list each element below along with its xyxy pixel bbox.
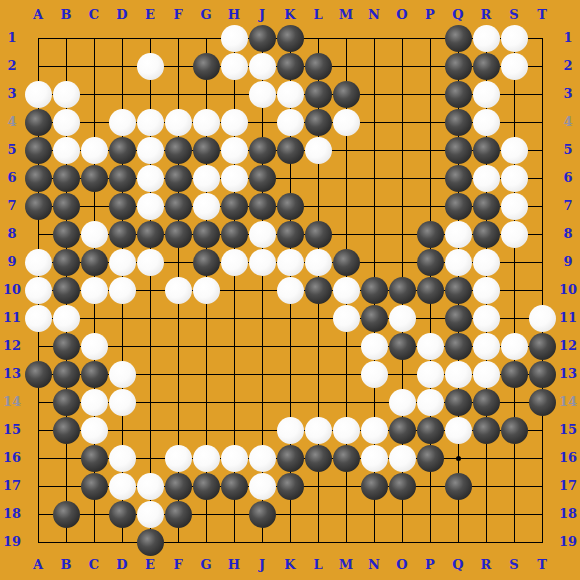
black-stone-J18 <box>249 501 276 528</box>
white-stone-D4 <box>109 109 136 136</box>
black-stone-R2 <box>473 53 500 80</box>
black-stone-Q4 <box>445 109 472 136</box>
white-stone-R9 <box>473 249 500 276</box>
white-stone-J17 <box>249 473 276 500</box>
column-label: G <box>192 557 220 573</box>
column-label: P <box>416 557 444 573</box>
column-label: C <box>80 7 108 23</box>
black-stone-K17 <box>277 473 304 500</box>
black-stone-P9 <box>417 249 444 276</box>
column-label: M <box>332 557 360 573</box>
row-label: 12 <box>556 338 580 354</box>
black-stone-K8 <box>277 221 304 248</box>
column-label: D <box>108 557 136 573</box>
row-label: 3 <box>556 86 580 102</box>
row-label: 11 <box>556 310 580 326</box>
row-label: 19 <box>0 534 24 550</box>
white-stone-K3 <box>277 81 304 108</box>
column-label: R <box>472 7 500 23</box>
black-stone-B18 <box>53 501 80 528</box>
white-stone-P12 <box>417 333 444 360</box>
white-stone-S2 <box>501 53 528 80</box>
column-label: N <box>360 7 388 23</box>
column-label: T <box>528 557 556 573</box>
row-label: 16 <box>0 450 24 466</box>
white-stone-R12 <box>473 333 500 360</box>
white-stone-P14 <box>417 389 444 416</box>
white-stone-S7 <box>501 193 528 220</box>
white-stone-E17 <box>137 473 164 500</box>
white-stone-S6 <box>501 165 528 192</box>
black-stone-F8 <box>165 221 192 248</box>
white-stone-N13 <box>361 361 388 388</box>
white-stone-O11 <box>389 305 416 332</box>
black-stone-N10 <box>361 277 388 304</box>
column-label: T <box>528 7 556 23</box>
white-stone-B5 <box>53 137 80 164</box>
black-stone-C16 <box>81 445 108 472</box>
black-stone-H17 <box>221 473 248 500</box>
row-label: 2 <box>0 58 24 74</box>
black-stone-A4 <box>25 109 52 136</box>
white-stone-N16 <box>361 445 388 472</box>
black-stone-G17 <box>193 473 220 500</box>
black-stone-D8 <box>109 221 136 248</box>
row-label: 1 <box>0 30 24 46</box>
column-label: N <box>360 557 388 573</box>
white-stone-F16 <box>165 445 192 472</box>
white-stone-O16 <box>389 445 416 472</box>
row-label: 13 <box>556 366 580 382</box>
black-stone-R14 <box>473 389 500 416</box>
column-label: O <box>388 7 416 23</box>
black-stone-B6 <box>53 165 80 192</box>
white-stone-G7 <box>193 193 220 220</box>
row-label: 7 <box>556 198 580 214</box>
black-stone-K1 <box>277 25 304 52</box>
black-stone-E19 <box>137 529 164 556</box>
row-label: 4 <box>556 114 580 130</box>
white-stone-D16 <box>109 445 136 472</box>
black-stone-P16 <box>417 445 444 472</box>
row-label: 5 <box>556 142 580 158</box>
black-stone-Q5 <box>445 137 472 164</box>
row-label: 18 <box>0 506 24 522</box>
white-stone-A9 <box>25 249 52 276</box>
white-stone-M10 <box>333 277 360 304</box>
column-label: K <box>276 7 304 23</box>
black-stone-B8 <box>53 221 80 248</box>
white-stone-B3 <box>53 81 80 108</box>
black-stone-F17 <box>165 473 192 500</box>
white-stone-A10 <box>25 277 52 304</box>
black-stone-J7 <box>249 193 276 220</box>
column-label: H <box>220 557 248 573</box>
black-stone-S13 <box>501 361 528 388</box>
black-stone-O15 <box>389 417 416 444</box>
row-label: 2 <box>556 58 580 74</box>
black-stone-P10 <box>417 277 444 304</box>
black-stone-M16 <box>333 445 360 472</box>
black-stone-D7 <box>109 193 136 220</box>
white-stone-J3 <box>249 81 276 108</box>
row-label: 18 <box>556 506 580 522</box>
white-stone-H2 <box>221 53 248 80</box>
white-stone-H4 <box>221 109 248 136</box>
white-stone-G10 <box>193 277 220 304</box>
column-label: D <box>108 7 136 23</box>
row-label: 19 <box>556 534 580 550</box>
black-stone-A5 <box>25 137 52 164</box>
row-label: 15 <box>0 422 24 438</box>
white-stone-D9 <box>109 249 136 276</box>
black-stone-T12 <box>529 333 556 360</box>
white-stone-K9 <box>277 249 304 276</box>
go-board: ABCDEFGHJKLMNOPQRST ABCDEFGHJKLMNOPQRST … <box>0 0 580 580</box>
row-label: 9 <box>0 254 24 270</box>
black-stone-R5 <box>473 137 500 164</box>
row-label: 17 <box>556 478 580 494</box>
column-label: Q <box>444 557 472 573</box>
black-stone-Q14 <box>445 389 472 416</box>
black-stone-A7 <box>25 193 52 220</box>
white-stone-R3 <box>473 81 500 108</box>
black-stone-R8 <box>473 221 500 248</box>
row-label: 3 <box>0 86 24 102</box>
white-stone-J8 <box>249 221 276 248</box>
black-stone-S15 <box>501 417 528 444</box>
white-stone-E4 <box>137 109 164 136</box>
white-stone-H16 <box>221 445 248 472</box>
white-stone-L15 <box>305 417 332 444</box>
black-stone-T14 <box>529 389 556 416</box>
black-stone-Q10 <box>445 277 472 304</box>
black-stone-M9 <box>333 249 360 276</box>
column-label: K <box>276 557 304 573</box>
row-label: 15 <box>556 422 580 438</box>
column-label: C <box>80 557 108 573</box>
black-stone-K2 <box>277 53 304 80</box>
row-label: 4 <box>0 114 24 130</box>
column-label: A <box>24 557 52 573</box>
white-stone-J2 <box>249 53 276 80</box>
white-stone-A3 <box>25 81 52 108</box>
white-stone-R6 <box>473 165 500 192</box>
black-stone-B15 <box>53 417 80 444</box>
black-stone-G2 <box>193 53 220 80</box>
white-stone-G16 <box>193 445 220 472</box>
black-stone-J6 <box>249 165 276 192</box>
column-label: F <box>164 7 192 23</box>
white-stone-B4 <box>53 109 80 136</box>
column-label: H <box>220 7 248 23</box>
column-label: L <box>304 7 332 23</box>
white-stone-R1 <box>473 25 500 52</box>
white-stone-J16 <box>249 445 276 472</box>
black-stone-B13 <box>53 361 80 388</box>
column-label: E <box>136 7 164 23</box>
go-board-surface[interactable] <box>24 24 556 556</box>
black-stone-C9 <box>81 249 108 276</box>
black-stone-B7 <box>53 193 80 220</box>
white-stone-Q13 <box>445 361 472 388</box>
white-stone-R10 <box>473 277 500 304</box>
black-stone-O10 <box>389 277 416 304</box>
row-label: 5 <box>0 142 24 158</box>
white-stone-G6 <box>193 165 220 192</box>
white-stone-S5 <box>501 137 528 164</box>
white-stone-K10 <box>277 277 304 304</box>
row-label: 10 <box>0 282 24 298</box>
black-stone-B9 <box>53 249 80 276</box>
column-label: J <box>248 557 276 573</box>
column-label: G <box>192 7 220 23</box>
white-stone-D14 <box>109 389 136 416</box>
black-stone-Q6 <box>445 165 472 192</box>
black-stone-P8 <box>417 221 444 248</box>
black-stone-M3 <box>333 81 360 108</box>
black-stone-F5 <box>165 137 192 164</box>
white-stone-C10 <box>81 277 108 304</box>
white-stone-E9 <box>137 249 164 276</box>
row-label: 14 <box>0 394 24 410</box>
black-stone-A13 <box>25 361 52 388</box>
column-label: B <box>52 557 80 573</box>
white-stone-C5 <box>81 137 108 164</box>
black-stone-L4 <box>305 109 332 136</box>
white-stone-S1 <box>501 25 528 52</box>
black-stone-E8 <box>137 221 164 248</box>
white-stone-B11 <box>53 305 80 332</box>
black-stone-B14 <box>53 389 80 416</box>
black-stone-D18 <box>109 501 136 528</box>
white-stone-S8 <box>501 221 528 248</box>
black-stone-L8 <box>305 221 332 248</box>
white-stone-Q15 <box>445 417 472 444</box>
row-label: 11 <box>0 310 24 326</box>
black-stone-F7 <box>165 193 192 220</box>
white-stone-D17 <box>109 473 136 500</box>
row-label: 17 <box>0 478 24 494</box>
black-stone-B12 <box>53 333 80 360</box>
row-label: 1 <box>556 30 580 46</box>
column-label: P <box>416 7 444 23</box>
black-stone-N17 <box>361 473 388 500</box>
black-stone-Q12 <box>445 333 472 360</box>
white-stone-E7 <box>137 193 164 220</box>
column-label: B <box>52 7 80 23</box>
black-stone-G9 <box>193 249 220 276</box>
white-stone-H1 <box>221 25 248 52</box>
column-label: A <box>24 7 52 23</box>
black-stone-B10 <box>53 277 80 304</box>
black-stone-J1 <box>249 25 276 52</box>
white-stone-T11 <box>529 305 556 332</box>
black-stone-Q1 <box>445 25 472 52</box>
white-stone-E6 <box>137 165 164 192</box>
white-stone-M11 <box>333 305 360 332</box>
white-stone-C14 <box>81 389 108 416</box>
black-stone-O17 <box>389 473 416 500</box>
black-stone-Q11 <box>445 305 472 332</box>
black-stone-J5 <box>249 137 276 164</box>
column-label: F <box>164 557 192 573</box>
row-label: 7 <box>0 198 24 214</box>
black-stone-C17 <box>81 473 108 500</box>
black-stone-H7 <box>221 193 248 220</box>
white-stone-R4 <box>473 109 500 136</box>
white-stone-O14 <box>389 389 416 416</box>
white-stone-A11 <box>25 305 52 332</box>
black-stone-G8 <box>193 221 220 248</box>
column-label: L <box>304 557 332 573</box>
row-label: 6 <box>0 170 24 186</box>
row-label: 14 <box>556 394 580 410</box>
white-stone-E5 <box>137 137 164 164</box>
column-label: E <box>136 557 164 573</box>
black-stone-L3 <box>305 81 332 108</box>
row-label: 13 <box>0 366 24 382</box>
white-stone-K4 <box>277 109 304 136</box>
white-stone-J9 <box>249 249 276 276</box>
row-label: 8 <box>556 226 580 242</box>
white-stone-C8 <box>81 221 108 248</box>
white-stone-L5 <box>305 137 332 164</box>
white-stone-G4 <box>193 109 220 136</box>
column-label: M <box>332 7 360 23</box>
white-stone-C12 <box>81 333 108 360</box>
row-label: 6 <box>556 170 580 186</box>
black-stone-Q2 <box>445 53 472 80</box>
white-stone-R13 <box>473 361 500 388</box>
white-stone-P13 <box>417 361 444 388</box>
white-stone-Q9 <box>445 249 472 276</box>
black-stone-H8 <box>221 221 248 248</box>
white-stone-H9 <box>221 249 248 276</box>
row-label: 8 <box>0 226 24 242</box>
black-stone-A6 <box>25 165 52 192</box>
white-stone-D10 <box>109 277 136 304</box>
white-stone-S12 <box>501 333 528 360</box>
row-label: 10 <box>556 282 580 298</box>
black-stone-R15 <box>473 417 500 444</box>
white-stone-H6 <box>221 165 248 192</box>
black-stone-P15 <box>417 417 444 444</box>
white-stone-R11 <box>473 305 500 332</box>
white-stone-N15 <box>361 417 388 444</box>
row-label: 12 <box>0 338 24 354</box>
black-stone-Q7 <box>445 193 472 220</box>
white-stone-H5 <box>221 137 248 164</box>
white-stone-E2 <box>137 53 164 80</box>
black-stone-K7 <box>277 193 304 220</box>
black-stone-Q3 <box>445 81 472 108</box>
column-label: S <box>500 557 528 573</box>
black-stone-R7 <box>473 193 500 220</box>
black-stone-K16 <box>277 445 304 472</box>
black-stone-Q17 <box>445 473 472 500</box>
column-label: J <box>248 7 276 23</box>
black-stone-L16 <box>305 445 332 472</box>
black-stone-F18 <box>165 501 192 528</box>
white-stone-F4 <box>165 109 192 136</box>
black-stone-C6 <box>81 165 108 192</box>
white-stone-L9 <box>305 249 332 276</box>
black-stone-G5 <box>193 137 220 164</box>
white-stone-M4 <box>333 109 360 136</box>
black-stone-F6 <box>165 165 192 192</box>
white-stone-D13 <box>109 361 136 388</box>
black-stone-L2 <box>305 53 332 80</box>
white-stone-K15 <box>277 417 304 444</box>
black-stone-C13 <box>81 361 108 388</box>
column-label: Q <box>444 7 472 23</box>
black-stone-L10 <box>305 277 332 304</box>
black-stone-N11 <box>361 305 388 332</box>
black-stone-K5 <box>277 137 304 164</box>
black-stone-D5 <box>109 137 136 164</box>
black-stone-T13 <box>529 361 556 388</box>
column-label: S <box>500 7 528 23</box>
white-stone-Q8 <box>445 221 472 248</box>
white-stone-N12 <box>361 333 388 360</box>
row-label: 9 <box>556 254 580 270</box>
white-stone-C15 <box>81 417 108 444</box>
white-stone-E18 <box>137 501 164 528</box>
column-label: O <box>388 557 416 573</box>
column-label: R <box>472 557 500 573</box>
white-stone-M15 <box>333 417 360 444</box>
black-stone-D6 <box>109 165 136 192</box>
white-stone-F10 <box>165 277 192 304</box>
row-label: 16 <box>556 450 580 466</box>
black-stone-O12 <box>389 333 416 360</box>
